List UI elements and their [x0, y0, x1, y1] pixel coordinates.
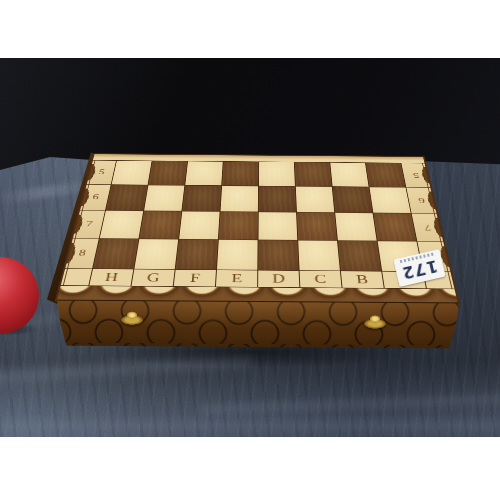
square-e7 [219, 212, 258, 240]
rank-label-text: 5 [98, 168, 106, 176]
file-label-e: E [216, 270, 257, 287]
square-d8 [258, 240, 298, 270]
square-h7 [100, 211, 143, 239]
square-b7 [335, 213, 376, 241]
square-f7 [179, 212, 219, 240]
file-label-f: F [174, 270, 216, 287]
border-corner-left [61, 269, 92, 286]
rank-label-text: 8 [78, 248, 87, 258]
square-f6 [182, 186, 221, 212]
rank-label-right-5: 5 [401, 163, 430, 187]
square-g7 [139, 211, 181, 239]
rank-label-text: 7 [423, 223, 431, 232]
photo-area: 55667788HGFEDCBA 172 [0, 58, 500, 437]
square-a6 [369, 187, 410, 213]
rank-label-text: 6 [92, 193, 100, 201]
square-g8 [134, 239, 178, 269]
square-e8 [217, 240, 258, 270]
square-c5 [295, 162, 332, 186]
file-label-b: B [341, 271, 384, 288]
square-a7 [373, 213, 416, 241]
square-f8 [176, 240, 218, 270]
square-c7 [297, 213, 337, 241]
square-e5 [222, 162, 258, 186]
brass-latch-icon [121, 310, 143, 326]
square-c8 [298, 241, 340, 271]
square-b8 [338, 241, 381, 271]
rank-label-text: 5 [412, 171, 420, 179]
square-h6 [106, 185, 148, 211]
square-g5 [148, 161, 187, 185]
square-e6 [221, 186, 259, 212]
square-c6 [296, 186, 334, 212]
square-d5 [259, 162, 295, 186]
square-g6 [144, 185, 184, 211]
file-label-h: H [89, 269, 133, 286]
square-d7 [259, 212, 298, 240]
square-h5 [112, 161, 152, 185]
square-a5 [366, 163, 406, 187]
square-f5 [185, 161, 222, 185]
file-label-c: C [300, 271, 342, 288]
square-b5 [330, 163, 368, 187]
cloth-fold [0, 418, 500, 433]
file-label-g: G [132, 269, 175, 286]
square-h8 [93, 239, 138, 269]
square-d6 [259, 186, 296, 212]
rank-label-text: 6 [417, 196, 425, 204]
brass-latch-icon [364, 314, 386, 330]
box-front-face [57, 300, 459, 349]
rank-label-text: 7 [85, 220, 93, 229]
square-b6 [333, 187, 373, 213]
auction-photo-canvas: 55667788HGFEDCBA 172 [0, 0, 500, 500]
rank-label-right-7: 7 [412, 214, 443, 242]
file-label-d: D [258, 270, 299, 287]
rank-label-right-6: 6 [406, 187, 436, 213]
